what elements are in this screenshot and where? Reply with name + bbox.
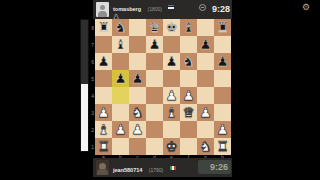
square-h5[interactable]: [214, 70, 231, 87]
clock-bottom-active: 9:26: [198, 160, 231, 174]
white-pawn-g3[interactable]: ♟: [197, 104, 214, 121]
square-d8[interactable]: ♛: [146, 19, 163, 36]
white-bishop-e3[interactable]: ♝: [163, 104, 180, 121]
flag-icon-bottom: [170, 166, 176, 170]
white-queen-f3[interactable]: ♛: [180, 104, 197, 121]
square-b6[interactable]: [112, 53, 129, 70]
square-f7[interactable]: [180, 36, 197, 53]
gear-icon[interactable]: ⚙: [302, 1, 310, 13]
square-f3[interactable]: ♛: [180, 104, 197, 121]
square-c6[interactable]: [129, 53, 146, 70]
rank-label-2: 2: [86, 127, 94, 133]
avatar-bottom: [96, 160, 109, 175]
square-h6[interactable]: ♟: [214, 53, 231, 70]
black-bishop-f8[interactable]: ♝: [180, 19, 197, 36]
square-g6[interactable]: [197, 53, 214, 70]
black-pawn-h6[interactable]: ♟: [214, 53, 231, 70]
square-c3[interactable]: ♞: [129, 104, 146, 121]
square-h3[interactable]: [214, 104, 231, 121]
square-b2[interactable]: ♟: [112, 121, 129, 138]
player-bar-top: tomasberg (1800) ♟ 9:28: [93, 0, 232, 19]
black-pawn-g7[interactable]: ♟: [197, 36, 214, 53]
square-d3[interactable]: [146, 104, 163, 121]
chess-board: ♜♞♛♚♝♜♝♟♟♟♟♞♟♟♟♟♟♟♞♝♛♟♝♟♟♟♜♚♞♜: [95, 19, 231, 155]
square-b3[interactable]: [112, 104, 129, 121]
white-pawn-h2[interactable]: ♟: [214, 121, 231, 138]
black-king-e8[interactable]: ♚: [163, 19, 180, 36]
rank-label-1: 1: [86, 144, 94, 150]
rank-label-5: 5: [86, 76, 94, 82]
square-c2[interactable]: ♟: [129, 121, 146, 138]
square-a3[interactable]: ♟: [95, 104, 112, 121]
square-f5[interactable]: [180, 70, 197, 87]
square-a8[interactable]: ♜: [95, 19, 112, 36]
square-a4[interactable]: [95, 87, 112, 104]
square-a6[interactable]: ♟: [95, 53, 112, 70]
player-bottom-name: jean580714: [113, 167, 142, 173]
black-bishop-b7[interactable]: ♝: [112, 36, 129, 53]
square-d6[interactable]: [146, 53, 163, 70]
black-pawn-e6[interactable]: ♟: [163, 53, 180, 70]
square-b5[interactable]: ♟: [112, 70, 129, 87]
black-knight-f6[interactable]: ♞: [180, 53, 197, 70]
square-c4[interactable]: [129, 87, 146, 104]
black-pawn-c5[interactable]: ♟: [129, 70, 146, 87]
video-frame: tomasberg (1800) ♟ 9:28 87654321 abcdefg…: [0, 0, 320, 180]
square-c1[interactable]: [129, 138, 146, 155]
square-f4[interactable]: ♟: [180, 87, 197, 104]
square-h1[interactable]: ♜: [214, 138, 231, 155]
square-e3[interactable]: ♝: [163, 104, 180, 121]
square-a7[interactable]: [95, 36, 112, 53]
player-bottom-rating: (1790): [149, 167, 163, 173]
white-king-e1[interactable]: ♚: [163, 138, 180, 155]
square-e8[interactable]: ♚: [163, 19, 180, 36]
square-d7[interactable]: ♟: [146, 36, 163, 53]
black-pawn-a6[interactable]: ♟: [95, 53, 112, 70]
avatar-silhouette-head: [100, 5, 105, 10]
square-d5[interactable]: [146, 70, 163, 87]
white-knight-c3[interactable]: ♞: [129, 104, 146, 121]
square-e2[interactable]: [163, 121, 180, 138]
player-top-nameline: tomasberg (1800): [113, 2, 174, 10]
black-pawn-d7[interactable]: ♟: [146, 36, 163, 53]
rank-label-3: 3: [86, 110, 94, 116]
rank-label-6: 6: [86, 59, 94, 65]
square-g8[interactable]: [197, 19, 214, 36]
player-bottom-nameline: jean580714 (1790): [113, 163, 176, 171]
square-g1[interactable]: ♞: [197, 138, 214, 155]
white-rook-a1[interactable]: ♜: [95, 138, 112, 155]
square-c8[interactable]: [129, 19, 146, 36]
square-h8[interactable]: ♜: [214, 19, 231, 36]
square-c7[interactable]: [129, 36, 146, 53]
square-e4[interactable]: ♟: [163, 87, 180, 104]
white-pawn-c2[interactable]: ♟: [129, 121, 146, 138]
square-g3[interactable]: ♟: [197, 104, 214, 121]
square-b8[interactable]: ♞: [112, 19, 129, 36]
black-rook-h8[interactable]: ♜: [214, 19, 231, 36]
square-e5[interactable]: [163, 70, 180, 87]
clock-top: 9:28: [200, 3, 230, 16]
white-rook-h1[interactable]: ♜: [214, 138, 231, 155]
square-e1[interactable]: ♚: [163, 138, 180, 155]
white-pawn-b2[interactable]: ♟: [112, 121, 129, 138]
square-g5[interactable]: [197, 70, 214, 87]
square-d2[interactable]: [146, 121, 163, 138]
avatar-top: [96, 2, 109, 17]
black-queen-d8[interactable]: ♛: [146, 19, 163, 36]
avatar-silhouette-body: [98, 11, 107, 17]
captured-pieces-top: ♟: [113, 9, 119, 18]
square-a5[interactable]: [95, 70, 112, 87]
white-knight-g1[interactable]: ♞: [197, 138, 214, 155]
square-h2[interactable]: ♟: [214, 121, 231, 138]
square-b4[interactable]: [112, 87, 129, 104]
square-d1[interactable]: [146, 138, 163, 155]
square-f8[interactable]: ♝: [180, 19, 197, 36]
square-g4[interactable]: [197, 87, 214, 104]
square-e7[interactable]: [163, 36, 180, 53]
square-c5[interactable]: ♟: [129, 70, 146, 87]
black-rook-a8[interactable]: ♜: [95, 19, 112, 36]
square-a1[interactable]: ♜: [95, 138, 112, 155]
player-top-rating: (1800): [148, 6, 162, 12]
player-bar-bottom: jean580714 (1790) 9:26: [93, 158, 232, 177]
white-pawn-e4[interactable]: ♟: [163, 87, 180, 104]
rank-label-4: 4: [86, 93, 94, 99]
white-pawn-f4[interactable]: ♟: [180, 87, 197, 104]
white-pawn-a3[interactable]: ♟: [95, 104, 112, 121]
flag-icon-top: [168, 5, 174, 9]
square-g2[interactable]: [197, 121, 214, 138]
square-g7[interactable]: ♟: [197, 36, 214, 53]
rank-label-7: 7: [86, 42, 94, 48]
avatar-photo-body: [97, 169, 108, 175]
square-h7[interactable]: [214, 36, 231, 53]
square-f1[interactable]: [180, 138, 197, 155]
rank-label-8: 8: [86, 25, 94, 31]
black-pawn-b5[interactable]: ♟: [112, 70, 129, 87]
square-d4[interactable]: [146, 87, 163, 104]
square-f6[interactable]: ♞: [180, 53, 197, 70]
square-b1[interactable]: [112, 138, 129, 155]
square-f2[interactable]: [180, 121, 197, 138]
black-knight-b8[interactable]: ♞: [112, 19, 129, 36]
square-b7[interactable]: ♝: [112, 36, 129, 53]
square-h4[interactable]: [214, 87, 231, 104]
square-a2[interactable]: ♝: [95, 121, 112, 138]
white-bishop-a2[interactable]: ♝: [95, 121, 112, 138]
square-e6[interactable]: ♟: [163, 53, 180, 70]
